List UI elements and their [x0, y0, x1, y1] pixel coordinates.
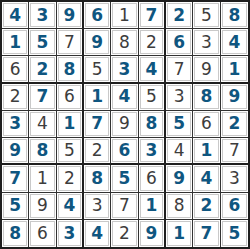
cell-r7c9[interactable]: 3 — [221, 165, 248, 192]
solved-digit: 2 — [64, 170, 75, 187]
solved-digit: 5 — [64, 142, 75, 159]
given-digit: 1 — [91, 88, 103, 105]
cell-r7c8[interactable]: 4 — [193, 165, 220, 192]
given-digit: 8 — [201, 88, 213, 105]
given-digit: 1 — [173, 225, 185, 242]
given-digit: 3 — [9, 115, 21, 132]
cell-r7c4[interactable]: 8 — [84, 165, 111, 192]
cell-r2c3[interactable]: 7 — [57, 29, 84, 56]
cell-r3c8[interactable]: 9 — [193, 56, 220, 83]
given-digit: 8 — [91, 170, 103, 187]
given-digit: 3 — [37, 7, 49, 24]
cell-r6c5[interactable]: 6 — [111, 138, 138, 165]
cell-r6c4[interactable]: 2 — [84, 138, 111, 165]
solved-digit: 2 — [119, 225, 130, 242]
cell-r6c3[interactable]: 5 — [57, 138, 84, 165]
cell-r1c4[interactable]: 6 — [84, 2, 111, 29]
solved-digit: 9 — [37, 197, 48, 214]
cell-r2c8[interactable]: 3 — [193, 29, 220, 56]
given-digit: 6 — [173, 34, 185, 51]
cell-r8c2[interactable]: 9 — [29, 193, 56, 220]
cell-r7c2[interactable]: 1 — [29, 165, 56, 192]
cell-r1c9[interactable]: 8 — [221, 2, 248, 29]
cell-r9c6[interactable]: 9 — [139, 220, 166, 247]
given-digit: 5 — [228, 225, 240, 242]
cell-r5c2[interactable]: 4 — [29, 111, 56, 138]
given-digit: 9 — [63, 7, 75, 24]
solved-digit: 8 — [119, 34, 130, 51]
solved-digit: 7 — [119, 197, 130, 214]
cell-r1c7[interactable]: 2 — [166, 2, 193, 29]
solved-digit: 8 — [174, 197, 185, 214]
cell-r6c9[interactable]: 7 — [221, 138, 248, 165]
cell-r8c3[interactable]: 4 — [57, 193, 84, 220]
solved-digit: 6 — [146, 170, 157, 187]
cell-r4c1[interactable]: 2 — [2, 84, 29, 111]
cell-r4c6[interactable]: 5 — [139, 84, 166, 111]
cell-r4c3[interactable]: 6 — [57, 84, 84, 111]
cell-r3c6[interactable]: 4 — [139, 56, 166, 83]
solved-digit: 1 — [119, 7, 130, 24]
given-digit: 2 — [228, 115, 240, 132]
cell-r1c8[interactable]: 5 — [193, 2, 220, 29]
given-digit: 8 — [228, 7, 240, 24]
cell-r6c1[interactable]: 9 — [2, 138, 29, 165]
solved-digit: 6 — [37, 225, 48, 242]
given-digit: 9 — [173, 170, 185, 187]
cell-r8c1[interactable]: 5 — [2, 193, 29, 220]
cell-r2c4[interactable]: 9 — [84, 29, 111, 56]
cell-r3c2[interactable]: 2 — [29, 56, 56, 83]
cell-r4c9[interactable]: 9 — [221, 84, 248, 111]
given-digit: 8 — [63, 61, 75, 78]
cell-r1c5[interactable]: 1 — [111, 2, 138, 29]
given-digit: 8 — [145, 115, 157, 132]
given-digit: 3 — [63, 225, 75, 242]
given-digit: 8 — [9, 225, 21, 242]
given-digit: 6 — [228, 197, 240, 214]
cell-r4c2[interactable]: 7 — [29, 84, 56, 111]
given-digit: 5 — [119, 170, 131, 187]
sudoku-board: 4396172581579826346285347912761453893417… — [0, 0, 250, 249]
cell-r8c7[interactable]: 8 — [166, 193, 193, 220]
cell-r1c6[interactable]: 7 — [139, 2, 166, 29]
cell-r7c1[interactable]: 7 — [2, 165, 29, 192]
solved-digit: 6 — [64, 88, 75, 105]
given-digit: 2 — [201, 197, 213, 214]
cell-r5c3[interactable]: 1 — [57, 111, 84, 138]
cell-r9c4[interactable]: 4 — [84, 220, 111, 247]
cell-r7c5[interactable]: 5 — [111, 165, 138, 192]
cell-r6c2[interactable]: 8 — [29, 138, 56, 165]
cell-r8c6[interactable]: 1 — [139, 193, 166, 220]
given-digit: 4 — [91, 225, 103, 242]
cell-r1c3[interactable]: 9 — [57, 2, 84, 29]
solved-digit: 9 — [119, 115, 130, 132]
cell-r1c1[interactable]: 4 — [2, 2, 29, 29]
given-digit: 8 — [37, 142, 49, 159]
given-digit: 4 — [9, 7, 21, 24]
cell-r9c2[interactable]: 6 — [29, 220, 56, 247]
solved-digit: 3 — [174, 88, 185, 105]
cell-r1c2[interactable]: 3 — [29, 2, 56, 29]
given-digit: 5 — [9, 197, 21, 214]
cell-r2c1[interactable]: 1 — [2, 29, 29, 56]
cell-r4c8[interactable]: 8 — [193, 84, 220, 111]
cell-r6c6[interactable]: 3 — [139, 138, 166, 165]
cell-r5c6[interactable]: 8 — [139, 111, 166, 138]
cell-r6c8[interactable]: 1 — [193, 138, 220, 165]
cell-r5c8[interactable]: 6 — [193, 111, 220, 138]
cell-r8c4[interactable]: 3 — [84, 193, 111, 220]
cell-r9c3[interactable]: 3 — [57, 220, 84, 247]
cell-r5c1[interactable]: 3 — [2, 111, 29, 138]
given-digit: 7 — [201, 225, 213, 242]
given-digit: 1 — [228, 61, 240, 78]
solved-digit: 3 — [92, 197, 103, 214]
given-digit: 4 — [228, 34, 240, 51]
cell-r3c4[interactable]: 5 — [84, 56, 111, 83]
given-digit: 3 — [145, 142, 157, 159]
solved-digit: 7 — [64, 34, 75, 51]
given-digit: 6 — [91, 7, 103, 24]
given-digit: 1 — [145, 197, 157, 214]
cell-r6c7[interactable]: 4 — [166, 138, 193, 165]
given-digit: 9 — [91, 34, 103, 51]
given-digit: 4 — [145, 61, 157, 78]
solved-digit: 3 — [229, 170, 240, 187]
given-digit: 9 — [9, 142, 21, 159]
solved-digit: 6 — [201, 115, 212, 132]
cell-r7c3[interactable]: 2 — [57, 165, 84, 192]
given-digit: 2 — [37, 61, 49, 78]
solved-digit: 2 — [10, 88, 21, 105]
given-digit: 4 — [119, 88, 131, 105]
given-digit: 5 — [173, 115, 185, 132]
solved-digit: 4 — [174, 142, 185, 159]
cell-r7c6[interactable]: 6 — [139, 165, 166, 192]
given-digit: 9 — [228, 88, 240, 105]
cell-r2c6[interactable]: 2 — [139, 29, 166, 56]
given-digit: 3 — [119, 61, 131, 78]
given-digit: 7 — [37, 88, 49, 105]
cell-r9c1[interactable]: 8 — [2, 220, 29, 247]
given-digit: 9 — [145, 225, 157, 242]
solved-digit: 1 — [37, 170, 48, 187]
cell-r3c7[interactable]: 7 — [166, 56, 193, 83]
given-digit: 7 — [9, 170, 21, 187]
given-digit: 6 — [119, 142, 131, 159]
given-digit: 2 — [173, 7, 185, 24]
solved-digit: 5 — [92, 61, 103, 78]
solved-digit: 6 — [10, 61, 21, 78]
cell-r3c1[interactable]: 6 — [2, 56, 29, 83]
cell-r2c5[interactable]: 8 — [111, 29, 138, 56]
cell-r8c5[interactable]: 7 — [111, 193, 138, 220]
cell-r3c5[interactable]: 3 — [111, 56, 138, 83]
cell-r4c5[interactable]: 4 — [111, 84, 138, 111]
given-digit: 4 — [63, 197, 75, 214]
given-digit: 1 — [63, 115, 75, 132]
cell-r8c8[interactable]: 2 — [193, 193, 220, 220]
solved-digit: 9 — [201, 61, 212, 78]
cell-r4c7[interactable]: 3 — [166, 84, 193, 111]
solved-digit: 2 — [92, 142, 103, 159]
cell-r5c7[interactable]: 5 — [166, 111, 193, 138]
cell-r9c9[interactable]: 5 — [221, 220, 248, 247]
cell-r5c9[interactable]: 2 — [221, 111, 248, 138]
cell-r5c5[interactable]: 9 — [111, 111, 138, 138]
cell-r8c9[interactable]: 6 — [221, 193, 248, 220]
cell-r9c8[interactable]: 7 — [193, 220, 220, 247]
cell-r2c7[interactable]: 6 — [166, 29, 193, 56]
given-digit: 7 — [91, 115, 103, 132]
solved-digit: 4 — [37, 115, 48, 132]
solved-digit: 5 — [146, 88, 157, 105]
given-digit: 7 — [145, 7, 157, 24]
given-digit: 1 — [201, 142, 213, 159]
cell-r9c5[interactable]: 2 — [111, 220, 138, 247]
cell-r2c9[interactable]: 4 — [221, 29, 248, 56]
cell-r4c4[interactable]: 1 — [84, 84, 111, 111]
solved-digit: 2 — [146, 34, 157, 51]
given-digit: 4 — [201, 170, 213, 187]
cell-r2c2[interactable]: 5 — [29, 29, 56, 56]
given-digit: 1 — [9, 34, 21, 51]
cell-r3c9[interactable]: 1 — [221, 56, 248, 83]
given-digit: 5 — [37, 34, 49, 51]
cell-r5c4[interactable]: 7 — [84, 111, 111, 138]
solved-digit: 5 — [201, 7, 212, 24]
cell-r3c3[interactable]: 8 — [57, 56, 84, 83]
solved-digit: 7 — [174, 61, 185, 78]
solved-digit: 7 — [229, 142, 240, 159]
cell-r7c7[interactable]: 9 — [166, 165, 193, 192]
cell-r9c7[interactable]: 1 — [166, 220, 193, 247]
solved-digit: 3 — [201, 34, 212, 51]
